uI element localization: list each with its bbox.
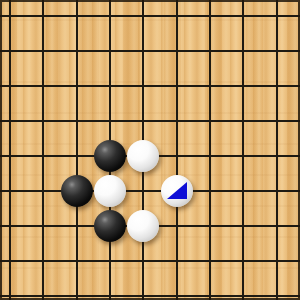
white-stone bbox=[127, 210, 159, 242]
grid-line-vertical bbox=[209, 0, 211, 300]
grid-line-horizontal bbox=[0, 120, 300, 122]
grid-line-vertical bbox=[42, 0, 44, 300]
grid-line-horizontal bbox=[0, 15, 300, 17]
grid-line-horizontal bbox=[0, 295, 300, 297]
white-stone bbox=[161, 175, 193, 207]
grid-line-vertical bbox=[176, 0, 178, 300]
grid-line-horizontal bbox=[0, 260, 300, 262]
grid-line-vertical bbox=[276, 0, 278, 300]
grid-line-horizontal bbox=[0, 190, 300, 192]
grid-line-vertical bbox=[9, 0, 11, 300]
grid-line-vertical bbox=[242, 0, 244, 300]
grid-line-horizontal bbox=[0, 50, 300, 52]
grid-line-vertical bbox=[76, 0, 78, 300]
black-stone bbox=[61, 175, 93, 207]
white-stone bbox=[94, 175, 126, 207]
black-stone bbox=[94, 210, 126, 242]
blue-triangle-marker-icon bbox=[167, 182, 187, 199]
grid-line-horizontal bbox=[0, 85, 300, 87]
white-stone bbox=[127, 140, 159, 172]
go-board[interactable] bbox=[0, 0, 300, 300]
black-stone bbox=[94, 140, 126, 172]
